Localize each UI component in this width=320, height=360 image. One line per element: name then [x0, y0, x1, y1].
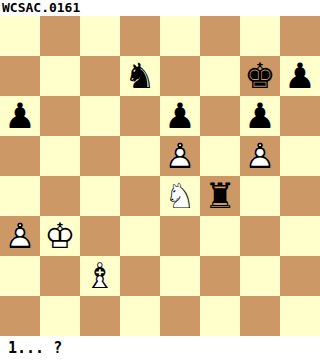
square-h1[interactable] — [280, 296, 320, 336]
square-d4[interactable] — [120, 176, 160, 216]
square-e7[interactable] — [160, 56, 200, 96]
square-a4[interactable] — [0, 176, 40, 216]
square-a7[interactable] — [0, 56, 40, 96]
piece-white-bishop: ♝♗ — [80, 256, 120, 296]
square-f4[interactable]: ♜ — [200, 176, 240, 216]
square-g4[interactable] — [240, 176, 280, 216]
piece-black-king: ♚ — [240, 56, 280, 96]
square-b2[interactable] — [40, 256, 80, 296]
square-b7[interactable] — [40, 56, 80, 96]
piece-black-pawn: ♟ — [240, 96, 280, 136]
square-c4[interactable] — [80, 176, 120, 216]
square-d5[interactable] — [120, 136, 160, 176]
move-prompt: 1... ? — [0, 336, 320, 360]
square-b6[interactable] — [40, 96, 80, 136]
square-c1[interactable] — [80, 296, 120, 336]
square-d8[interactable] — [120, 16, 160, 56]
square-a1[interactable] — [0, 296, 40, 336]
square-e5[interactable]: ♟♙ — [160, 136, 200, 176]
square-a3[interactable]: ♟♙ — [0, 216, 40, 256]
square-f8[interactable] — [200, 16, 240, 56]
piece-black-knight: ♞ — [120, 56, 160, 96]
square-b8[interactable] — [40, 16, 80, 56]
piece-white-pawn: ♟♙ — [160, 136, 200, 176]
square-c6[interactable] — [80, 96, 120, 136]
square-g2[interactable] — [240, 256, 280, 296]
square-g3[interactable] — [240, 216, 280, 256]
piece-black-pawn: ♟ — [0, 96, 40, 136]
square-g5[interactable]: ♟♙ — [240, 136, 280, 176]
diagram-title: WCSAC.0161 — [0, 0, 320, 16]
piece-black-pawn: ♟ — [160, 96, 200, 136]
square-g1[interactable] — [240, 296, 280, 336]
chess-diagram: WCSAC.0161 ♞♚♟♟♟♟♟♙♟♙♞♘♜♟♙♚♔♝♗ 1... ? — [0, 0, 320, 360]
square-b5[interactable] — [40, 136, 80, 176]
square-f3[interactable] — [200, 216, 240, 256]
square-b4[interactable] — [40, 176, 80, 216]
square-f2[interactable] — [200, 256, 240, 296]
square-e2[interactable] — [160, 256, 200, 296]
square-c3[interactable] — [80, 216, 120, 256]
square-b1[interactable] — [40, 296, 80, 336]
square-a2[interactable] — [0, 256, 40, 296]
square-e6[interactable]: ♟ — [160, 96, 200, 136]
square-h3[interactable] — [280, 216, 320, 256]
square-e8[interactable] — [160, 16, 200, 56]
square-h2[interactable] — [280, 256, 320, 296]
piece-white-king: ♚♔ — [40, 216, 80, 256]
square-d3[interactable] — [120, 216, 160, 256]
square-h7[interactable]: ♟ — [280, 56, 320, 96]
square-e4[interactable]: ♞♘ — [160, 176, 200, 216]
square-d7[interactable]: ♞ — [120, 56, 160, 96]
chess-board: ♞♚♟♟♟♟♟♙♟♙♞♘♜♟♙♚♔♝♗ — [0, 16, 320, 336]
square-f1[interactable] — [200, 296, 240, 336]
piece-white-knight: ♞♘ — [160, 176, 200, 216]
piece-black-pawn: ♟ — [280, 56, 320, 96]
piece-white-pawn: ♟♙ — [240, 136, 280, 176]
square-h6[interactable] — [280, 96, 320, 136]
square-f6[interactable] — [200, 96, 240, 136]
square-f7[interactable] — [200, 56, 240, 96]
square-a5[interactable] — [0, 136, 40, 176]
piece-white-pawn: ♟♙ — [0, 216, 40, 256]
piece-black-rook: ♜ — [200, 176, 240, 216]
square-b3[interactable]: ♚♔ — [40, 216, 80, 256]
square-h8[interactable] — [280, 16, 320, 56]
square-h4[interactable] — [280, 176, 320, 216]
square-a6[interactable]: ♟ — [0, 96, 40, 136]
square-d1[interactable] — [120, 296, 160, 336]
square-c5[interactable] — [80, 136, 120, 176]
square-d6[interactable] — [120, 96, 160, 136]
square-c2[interactable]: ♝♗ — [80, 256, 120, 296]
square-c7[interactable] — [80, 56, 120, 96]
square-e1[interactable] — [160, 296, 200, 336]
square-g8[interactable] — [240, 16, 280, 56]
square-c8[interactable] — [80, 16, 120, 56]
square-f5[interactable] — [200, 136, 240, 176]
square-h5[interactable] — [280, 136, 320, 176]
square-g6[interactable]: ♟ — [240, 96, 280, 136]
square-e3[interactable] — [160, 216, 200, 256]
square-g7[interactable]: ♚ — [240, 56, 280, 96]
square-d2[interactable] — [120, 256, 160, 296]
square-a8[interactable] — [0, 16, 40, 56]
